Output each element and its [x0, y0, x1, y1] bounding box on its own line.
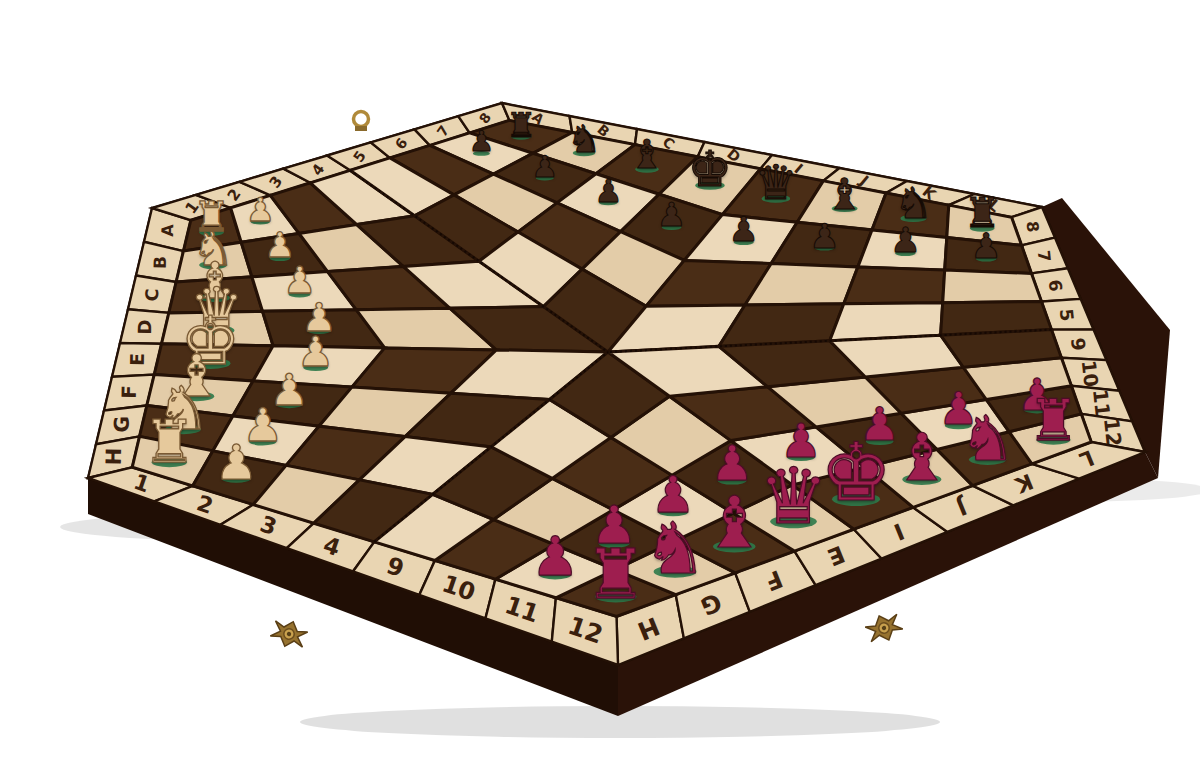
piece-white-rook[interactable]: ♜: [143, 413, 196, 472]
piece-red-knight[interactable]: ♞: [960, 408, 1016, 470]
coordinate-label-C: C: [142, 288, 162, 301]
piece-brown-queen[interactable]: ♛: [755, 159, 798, 207]
piece-white-pawn[interactable]: ♟: [215, 438, 258, 486]
square-l6[interactable]: [943, 270, 1042, 303]
coordinate-label-10: 10: [1077, 359, 1103, 388]
piece-brown-pawn[interactable]: ♟: [594, 175, 622, 206]
coordinate-label-F: F: [118, 385, 141, 399]
coordinate-label-G: G: [109, 416, 133, 433]
coordinate-label-H: H: [102, 448, 126, 466]
piece-red-king[interactable]: ♚: [820, 433, 892, 513]
piece-brown-pawn[interactable]: ♟: [657, 199, 687, 232]
piece-brown-rook[interactable]: ♜: [506, 108, 537, 142]
coordinate-label-9: 9: [1067, 337, 1089, 352]
coordinate-label-B: B: [150, 256, 170, 269]
piece-brown-knight[interactable]: ♞: [567, 121, 601, 159]
piece-brown-knight[interactable]: ♞: [894, 182, 932, 225]
piece-brown-bishop[interactable]: ♝: [629, 136, 665, 176]
three-player-chess-photo: ABCDEFGH12345678ABCDIJKL87659101112HGFEI…: [0, 0, 1200, 773]
piece-red-rook[interactable]: ♜: [585, 540, 647, 609]
piece-red-knight[interactable]: ♞: [643, 513, 707, 584]
coordinate-label-5: 5: [1056, 308, 1078, 323]
piece-brown-pawn[interactable]: ♟: [469, 129, 494, 157]
coordinate-label-A: A: [158, 223, 177, 236]
piece-brown-bishop[interactable]: ♝: [825, 172, 863, 215]
piece-white-pawn[interactable]: ♟: [264, 228, 295, 263]
piece-red-bishop[interactable]: ♝: [893, 425, 951, 490]
piece-brown-pawn[interactable]: ♟: [729, 213, 759, 247]
coordinate-label-7: 7: [1034, 249, 1054, 262]
coordinate-label-8: 8: [1022, 220, 1042, 233]
clasp-icon: [269, 616, 310, 652]
piece-brown-pawn[interactable]: ♟: [890, 224, 921, 259]
piece-red-rook[interactable]: ♜: [1028, 392, 1079, 449]
square-k6[interactable]: [844, 267, 945, 304]
clasp-icon: [863, 610, 904, 647]
piece-red-bishop[interactable]: ♝: [703, 488, 766, 559]
piece-brown-pawn[interactable]: ♟: [531, 152, 558, 182]
coordinate-label-E: E: [126, 353, 148, 366]
coordinate-label-11: 11: [1088, 388, 1114, 418]
hinge-icon: [354, 112, 369, 132]
piece-red-queen[interactable]: ♛: [759, 458, 828, 536]
piece-white-pawn[interactable]: ♟: [246, 194, 275, 227]
piece-brown-king[interactable]: ♚: [688, 144, 732, 193]
piece-red-pawn[interactable]: ♟: [531, 530, 579, 584]
piece-brown-pawn[interactable]: ♟: [809, 218, 840, 252]
piece-brown-pawn[interactable]: ♟: [971, 229, 1002, 264]
coordinate-label-6: 6: [1045, 278, 1066, 292]
coordinate-label-D: D: [134, 319, 155, 334]
